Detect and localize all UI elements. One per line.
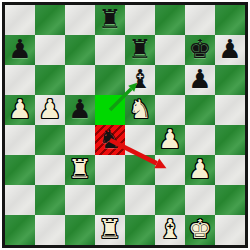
square-f2[interactable] bbox=[155, 185, 185, 215]
square-e1[interactable] bbox=[125, 215, 155, 245]
square-h7[interactable]: ♟ bbox=[215, 35, 245, 65]
piece-black-rook: ♜ bbox=[95, 5, 125, 35]
square-e6[interactable]: ♝ bbox=[125, 65, 155, 95]
square-b1[interactable] bbox=[35, 215, 65, 245]
square-b8[interactable] bbox=[35, 5, 65, 35]
piece-white-pawn: ♟ bbox=[35, 95, 65, 125]
piece-black-pawn: ♟ bbox=[185, 65, 215, 95]
square-g5[interactable] bbox=[185, 95, 215, 125]
square-c3[interactable]: ♜ bbox=[65, 155, 95, 185]
square-d1[interactable]: ♜ bbox=[95, 215, 125, 245]
square-f8[interactable] bbox=[155, 5, 185, 35]
piece-white-rook: ♜ bbox=[95, 215, 125, 245]
square-d7[interactable] bbox=[95, 35, 125, 65]
square-d4[interactable]: ♞ bbox=[95, 125, 125, 155]
square-a1[interactable] bbox=[5, 215, 35, 245]
square-d2[interactable] bbox=[95, 185, 125, 215]
square-h5[interactable] bbox=[215, 95, 245, 125]
square-g1[interactable]: ♚ bbox=[185, 215, 215, 245]
piece-black-king: ♚ bbox=[185, 35, 215, 65]
square-b2[interactable] bbox=[35, 185, 65, 215]
square-e5[interactable]: ♞ bbox=[125, 95, 155, 125]
square-g4[interactable] bbox=[185, 125, 215, 155]
square-g7[interactable]: ♚ bbox=[185, 35, 215, 65]
square-h1[interactable] bbox=[215, 215, 245, 245]
square-a8[interactable] bbox=[5, 5, 35, 35]
square-h8[interactable] bbox=[215, 5, 245, 35]
square-c6[interactable] bbox=[65, 65, 95, 95]
square-c1[interactable] bbox=[65, 215, 95, 245]
square-e2[interactable] bbox=[125, 185, 155, 215]
square-b7[interactable] bbox=[35, 35, 65, 65]
square-c2[interactable] bbox=[65, 185, 95, 215]
square-a4[interactable] bbox=[5, 125, 35, 155]
square-a3[interactable] bbox=[5, 155, 35, 185]
square-f5[interactable] bbox=[155, 95, 185, 125]
piece-black-pawn: ♟ bbox=[65, 95, 95, 125]
piece-white-pawn: ♟ bbox=[185, 155, 215, 185]
square-f4[interactable]: ♟ bbox=[155, 125, 185, 155]
piece-white-rook: ♜ bbox=[65, 155, 95, 185]
square-f7[interactable] bbox=[155, 35, 185, 65]
square-g2[interactable] bbox=[185, 185, 215, 215]
chess-diagram: ♜♟♜♚♟♝♟♟♟♟♞♞♟♜♟♜♝♚ bbox=[0, 0, 250, 250]
piece-black-bishop: ♝ bbox=[125, 65, 155, 95]
piece-black-rook: ♜ bbox=[125, 35, 155, 65]
square-e3[interactable] bbox=[125, 155, 155, 185]
square-h2[interactable] bbox=[215, 185, 245, 215]
piece-white-king: ♚ bbox=[185, 215, 215, 245]
square-d5[interactable] bbox=[95, 95, 125, 125]
square-c4[interactable] bbox=[65, 125, 95, 155]
chess-board: ♜♟♜♚♟♝♟♟♟♟♞♞♟♜♟♜♝♚ bbox=[2, 2, 248, 248]
square-b6[interactable] bbox=[35, 65, 65, 95]
square-c8[interactable] bbox=[65, 5, 95, 35]
piece-white-pawn: ♟ bbox=[5, 95, 35, 125]
square-f3[interactable] bbox=[155, 155, 185, 185]
square-d8[interactable]: ♜ bbox=[95, 5, 125, 35]
square-a7[interactable]: ♟ bbox=[5, 35, 35, 65]
square-b5[interactable]: ♟ bbox=[35, 95, 65, 125]
piece-white-pawn: ♟ bbox=[155, 125, 185, 155]
square-e8[interactable] bbox=[125, 5, 155, 35]
square-g8[interactable] bbox=[185, 5, 215, 35]
piece-black-knight: ♞ bbox=[95, 125, 125, 155]
square-a2[interactable] bbox=[5, 185, 35, 215]
piece-white-knight: ♞ bbox=[125, 95, 155, 125]
square-d3[interactable] bbox=[95, 155, 125, 185]
piece-black-pawn: ♟ bbox=[215, 35, 245, 65]
square-h6[interactable] bbox=[215, 65, 245, 95]
square-f1[interactable]: ♝ bbox=[155, 215, 185, 245]
piece-black-pawn: ♟ bbox=[5, 35, 35, 65]
square-h3[interactable] bbox=[215, 155, 245, 185]
square-f6[interactable] bbox=[155, 65, 185, 95]
square-c5[interactable]: ♟ bbox=[65, 95, 95, 125]
square-e4[interactable] bbox=[125, 125, 155, 155]
square-h4[interactable] bbox=[215, 125, 245, 155]
square-a6[interactable] bbox=[5, 65, 35, 95]
square-e7[interactable]: ♜ bbox=[125, 35, 155, 65]
square-b4[interactable] bbox=[35, 125, 65, 155]
square-a5[interactable]: ♟ bbox=[5, 95, 35, 125]
square-b3[interactable] bbox=[35, 155, 65, 185]
piece-white-bishop: ♝ bbox=[155, 215, 185, 245]
square-d6[interactable] bbox=[95, 65, 125, 95]
square-g6[interactable]: ♟ bbox=[185, 65, 215, 95]
square-g3[interactable]: ♟ bbox=[185, 155, 215, 185]
square-c7[interactable] bbox=[65, 35, 95, 65]
